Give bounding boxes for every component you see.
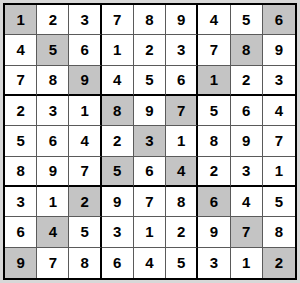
sudoku-diagram: 1237894564561237897894561232318975645642…	[0, 0, 300, 283]
cell-r9c4[interactable]: 6	[102, 248, 134, 278]
cell-r2c1[interactable]: 4	[5, 35, 37, 65]
cell-r3c4[interactable]: 4	[102, 66, 134, 96]
cell-r3c3[interactable]: 9	[69, 66, 101, 96]
cell-r3c2[interactable]: 8	[37, 66, 69, 96]
cell-r9c3[interactable]: 8	[69, 248, 101, 278]
cell-r7c1[interactable]: 3	[5, 187, 37, 217]
cell-r1c6[interactable]: 9	[166, 5, 198, 35]
cell-r8c5[interactable]: 1	[134, 217, 166, 247]
cell-r9c6[interactable]: 5	[166, 248, 198, 278]
cell-r2c6[interactable]: 3	[166, 35, 198, 65]
cell-r3c8[interactable]: 2	[231, 66, 263, 96]
cell-r2c7[interactable]: 7	[198, 35, 230, 65]
cell-r8c1[interactable]: 6	[5, 217, 37, 247]
cell-r2c4[interactable]: 1	[102, 35, 134, 65]
cell-r6c4[interactable]: 5	[102, 157, 134, 187]
cell-r3c5[interactable]: 5	[134, 66, 166, 96]
cell-r2c5[interactable]: 2	[134, 35, 166, 65]
cell-r4c4[interactable]: 8	[102, 96, 134, 126]
cell-r8c4[interactable]: 3	[102, 217, 134, 247]
cell-r7c8[interactable]: 4	[231, 187, 263, 217]
cell-r5c2[interactable]: 6	[37, 126, 69, 156]
cell-r5c8[interactable]: 9	[231, 126, 263, 156]
cell-r7c9[interactable]: 5	[263, 187, 295, 217]
cell-r6c3[interactable]: 7	[69, 157, 101, 187]
cell-r5c9[interactable]: 7	[263, 126, 295, 156]
cell-r1c5[interactable]: 8	[134, 5, 166, 35]
cell-r6c9[interactable]: 1	[263, 157, 295, 187]
cell-r9c2[interactable]: 7	[37, 248, 69, 278]
cell-r9c9[interactable]: 2	[263, 248, 295, 278]
cell-r9c1[interactable]: 9	[5, 248, 37, 278]
cell-r5c3[interactable]: 4	[69, 126, 101, 156]
cell-r4c1[interactable]: 2	[5, 96, 37, 126]
cell-r5c7[interactable]: 8	[198, 126, 230, 156]
cell-r8c3[interactable]: 5	[69, 217, 101, 247]
cell-r4c9[interactable]: 4	[263, 96, 295, 126]
cell-r7c7[interactable]: 6	[198, 187, 230, 217]
cell-r3c9[interactable]: 3	[263, 66, 295, 96]
cell-r2c3[interactable]: 6	[69, 35, 101, 65]
cell-r3c6[interactable]: 6	[166, 66, 198, 96]
cell-r7c6[interactable]: 8	[166, 187, 198, 217]
cell-r6c7[interactable]: 2	[198, 157, 230, 187]
cell-r7c4[interactable]: 9	[102, 187, 134, 217]
cell-r4c6[interactable]: 7	[166, 96, 198, 126]
cell-r9c5[interactable]: 4	[134, 248, 166, 278]
cell-r6c1[interactable]: 8	[5, 157, 37, 187]
cell-r1c1[interactable]: 1	[5, 5, 37, 35]
sudoku-board: 1237894564561237897894561232318975645642…	[3, 3, 297, 280]
cell-r8c7[interactable]: 9	[198, 217, 230, 247]
cell-r3c7[interactable]: 1	[198, 66, 230, 96]
cell-r4c5[interactable]: 9	[134, 96, 166, 126]
cell-r1c2[interactable]: 2	[37, 5, 69, 35]
cell-r4c7[interactable]: 5	[198, 96, 230, 126]
cell-r1c8[interactable]: 5	[231, 5, 263, 35]
cell-r7c5[interactable]: 7	[134, 187, 166, 217]
cell-r6c6[interactable]: 4	[166, 157, 198, 187]
cell-r2c8[interactable]: 8	[231, 35, 263, 65]
cell-r8c8[interactable]: 7	[231, 217, 263, 247]
cell-r5c5[interactable]: 3	[134, 126, 166, 156]
cell-r2c2[interactable]: 5	[37, 35, 69, 65]
cell-r4c8[interactable]: 6	[231, 96, 263, 126]
cell-r8c2[interactable]: 4	[37, 217, 69, 247]
cell-r1c3[interactable]: 3	[69, 5, 101, 35]
cell-r6c8[interactable]: 3	[231, 157, 263, 187]
cell-r9c8[interactable]: 1	[231, 248, 263, 278]
cell-r3c1[interactable]: 7	[5, 66, 37, 96]
cell-r1c7[interactable]: 4	[198, 5, 230, 35]
cell-r1c9[interactable]: 6	[263, 5, 295, 35]
cell-r7c2[interactable]: 1	[37, 187, 69, 217]
cell-r8c9[interactable]: 8	[263, 217, 295, 247]
cell-r6c5[interactable]: 6	[134, 157, 166, 187]
cell-r5c6[interactable]: 1	[166, 126, 198, 156]
cell-r5c4[interactable]: 2	[102, 126, 134, 156]
cell-r4c2[interactable]: 3	[37, 96, 69, 126]
cell-r7c3[interactable]: 2	[69, 187, 101, 217]
cell-r1c4[interactable]: 7	[102, 5, 134, 35]
cell-r2c9[interactable]: 9	[263, 35, 295, 65]
cell-r4c3[interactable]: 1	[69, 96, 101, 126]
cell-r8c6[interactable]: 2	[166, 217, 198, 247]
cell-r6c2[interactable]: 9	[37, 157, 69, 187]
cell-r9c7[interactable]: 3	[198, 248, 230, 278]
cell-r5c1[interactable]: 5	[5, 126, 37, 156]
